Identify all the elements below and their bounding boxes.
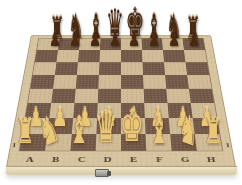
square-d5[interactable] xyxy=(98,75,121,89)
square-d6[interactable] xyxy=(99,62,121,75)
piece-white-queen-d1[interactable]: ♛ xyxy=(94,107,117,149)
square-c4[interactable] xyxy=(75,89,99,103)
square-h4[interactable] xyxy=(189,89,214,103)
piece-black-pawn-e7[interactable]: ♟ xyxy=(128,30,140,50)
square-h6[interactable] xyxy=(186,62,210,75)
piece-black-pawn-f7[interactable]: ♟ xyxy=(148,30,160,50)
piece-white-rook-a1[interactable]: ♜ xyxy=(16,115,35,150)
square-e7[interactable] xyxy=(121,50,143,62)
piece-white-king-e1[interactable]: ♚ xyxy=(121,105,145,149)
piece-black-pawn-h7[interactable]: ♟ xyxy=(188,30,200,50)
square-c6[interactable] xyxy=(77,62,100,75)
square-b7[interactable] xyxy=(56,50,79,62)
file-label-e: E xyxy=(121,155,147,164)
square-a5[interactable] xyxy=(30,75,54,89)
square-b4[interactable] xyxy=(51,89,75,103)
box-clasp xyxy=(95,169,109,177)
square-e5[interactable] xyxy=(121,75,144,89)
square-d7[interactable] xyxy=(99,50,121,62)
square-a4[interactable] xyxy=(28,89,53,103)
file-label-h: H xyxy=(198,155,225,164)
square-g4[interactable] xyxy=(166,89,190,103)
square-a6[interactable] xyxy=(33,62,57,75)
square-c7[interactable] xyxy=(78,50,100,62)
square-b5[interactable] xyxy=(53,75,77,89)
square-f4[interactable] xyxy=(144,89,168,103)
square-h7[interactable] xyxy=(184,50,207,62)
rank-label-1-right: 1 xyxy=(225,142,231,149)
square-g5[interactable] xyxy=(165,75,189,89)
square-d4[interactable] xyxy=(98,89,121,103)
square-a7[interactable] xyxy=(35,50,58,62)
square-f5[interactable] xyxy=(143,75,166,89)
piece-black-pawn-c7[interactable]: ♟ xyxy=(89,30,101,50)
piece-black-pawn-a7[interactable]: ♟ xyxy=(49,30,61,50)
piece-black-pawn-d7[interactable]: ♟ xyxy=(109,30,121,50)
file-label-a: A xyxy=(17,155,44,164)
square-b6[interactable] xyxy=(55,62,78,75)
file-label-b: B xyxy=(43,155,70,164)
box-front-edge xyxy=(6,166,237,175)
square-f7[interactable] xyxy=(142,50,164,62)
file-label-f: F xyxy=(147,155,173,164)
square-f6[interactable] xyxy=(143,62,166,75)
file-label-d: D xyxy=(95,155,121,164)
chess-set-photo: A B C D E F G H 1 1 ♜♞♝♛♚♝♞♜♟♟♟♟♟♟♟♟♟♟♟♟… xyxy=(0,0,242,185)
file-label-g: G xyxy=(172,155,199,164)
piece-white-bishop-f1[interactable]: ♝ xyxy=(149,112,169,150)
square-e6[interactable] xyxy=(121,62,143,75)
file-label-c: C xyxy=(69,155,95,164)
piece-black-pawn-b7[interactable]: ♟ xyxy=(69,30,81,50)
square-g7[interactable] xyxy=(163,50,186,62)
piece-white-rook-h1[interactable]: ♜ xyxy=(204,115,223,150)
square-g6[interactable] xyxy=(164,62,187,75)
square-h5[interactable] xyxy=(187,75,211,89)
piece-white-bishop-c1[interactable]: ♝ xyxy=(69,112,89,150)
square-c5[interactable] xyxy=(76,75,99,89)
piece-black-pawn-g7[interactable]: ♟ xyxy=(168,30,180,50)
